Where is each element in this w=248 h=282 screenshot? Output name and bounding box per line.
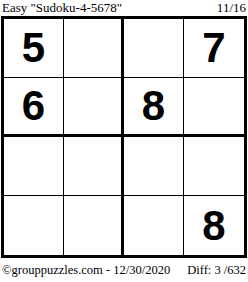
cell-r1c2[interactable]: [64, 19, 124, 78]
cell-r1c4[interactable]: 7: [184, 19, 244, 78]
cell-r1c3[interactable]: [124, 19, 184, 78]
sudoku-page: Easy "Sudoku-4-5678" 11/16 5 7 6 8 8 ©gr…: [0, 0, 248, 282]
cell-r1c1[interactable]: 5: [4, 19, 64, 78]
cell-r3c4[interactable]: [184, 137, 244, 196]
cell-r3c3[interactable]: [124, 137, 184, 196]
cell-r2c3[interactable]: 8: [124, 78, 184, 137]
cell-r2c2[interactable]: [64, 78, 124, 137]
cell-r3c1[interactable]: [4, 137, 64, 196]
cell-r2c4[interactable]: [184, 78, 244, 137]
puzzle-title: Easy "Sudoku-4-5678": [2, 0, 122, 15]
cell-r4c1[interactable]: [4, 196, 64, 255]
cell-r3c2[interactable]: [64, 137, 124, 196]
footer: ©grouppuzzles.com - 12/30/2020 Diff: 3 /…: [2, 262, 246, 279]
cell-r2c1[interactable]: 6: [4, 78, 64, 137]
header: Easy "Sudoku-4-5678" 11/16: [2, 0, 246, 15]
difficulty-text: Diff: 3 /632: [187, 263, 246, 278]
cell-counter: 11/16: [217, 0, 246, 15]
copyright-text: ©grouppuzzles.com - 12/30/2020: [2, 263, 170, 278]
cell-r4c4[interactable]: 8: [184, 196, 244, 255]
sudoku-board: 5 7 6 8 8: [1, 16, 247, 258]
cell-r4c3[interactable]: [124, 196, 184, 255]
cell-r4c2[interactable]: [64, 196, 124, 255]
